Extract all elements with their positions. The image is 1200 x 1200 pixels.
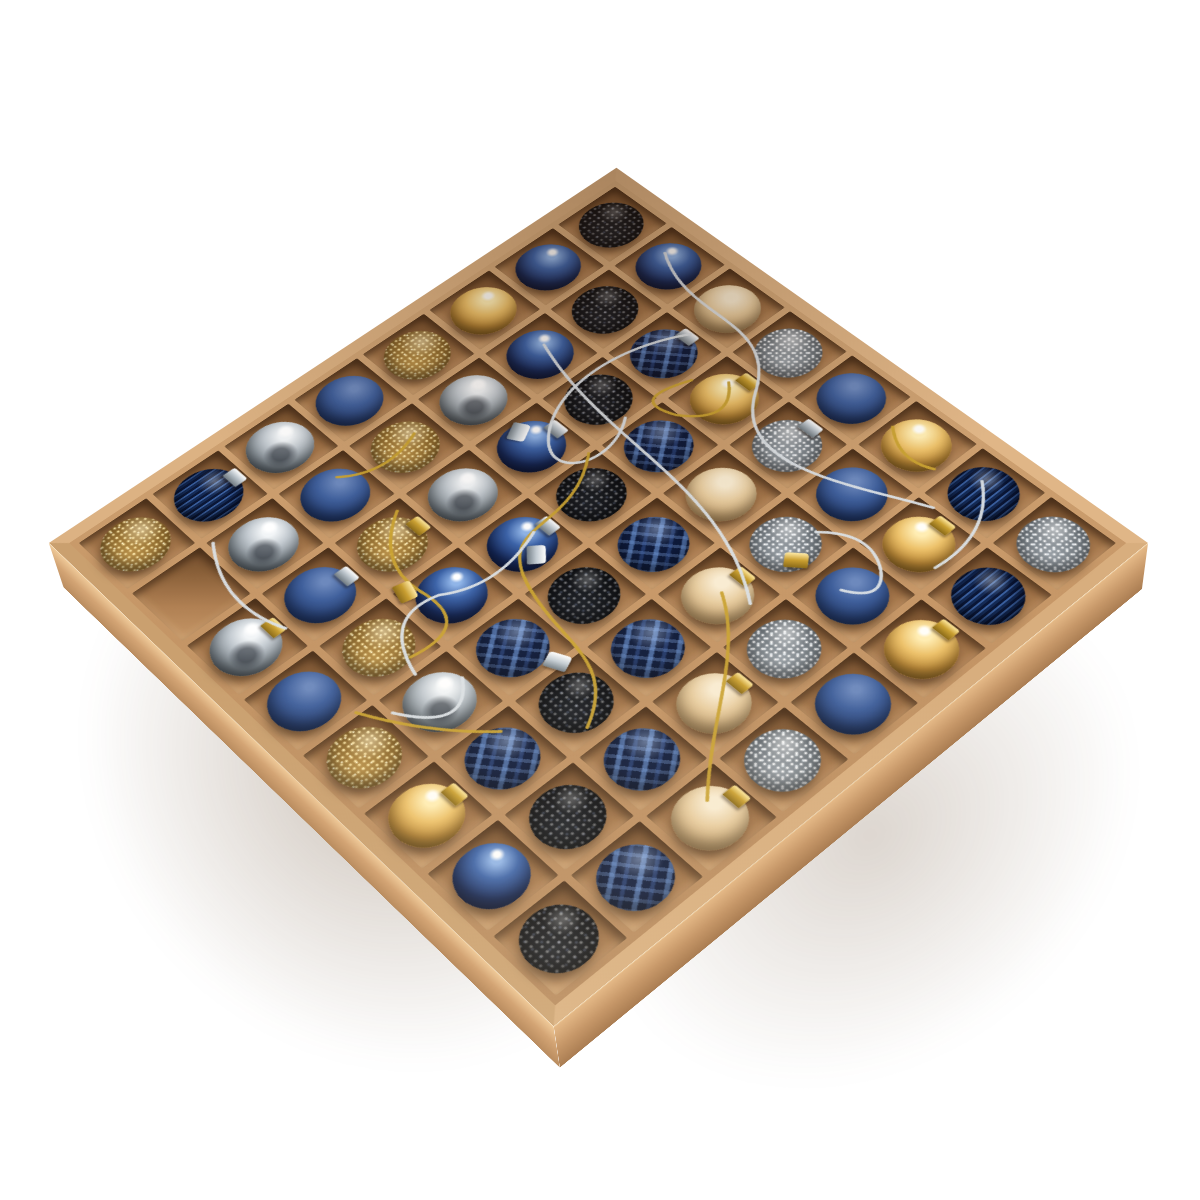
compartment-r8c5	[303, 705, 429, 809]
silver-ornament-cap-icon	[222, 468, 247, 487]
silver-ornament-cap-icon	[334, 566, 360, 586]
gold-loose-cap-icon	[392, 580, 419, 604]
ornament-ball-navy-matte	[801, 456, 902, 532]
product-photo-ornament-box	[0, 0, 1200, 1200]
ornament-ball-black-glitter	[533, 556, 635, 636]
compartment-r3c7	[792, 547, 916, 643]
compartment-r4c6	[658, 547, 781, 642]
compartment-r2c8	[927, 547, 1052, 643]
gold-loose-cap-icon	[783, 552, 809, 568]
compartment-r1c8	[993, 497, 1116, 590]
gold-ornament-cap-icon	[405, 516, 430, 536]
ornament-ball-black-glitter	[524, 660, 629, 745]
gold-ornament-cap-icon	[260, 617, 286, 638]
ornament-ball-gold-glitter	[312, 714, 418, 801]
gold-cord	[356, 663, 501, 783]
ornament-ball-champagne-matte	[666, 556, 769, 636]
ornament-ball-gold-shiny	[373, 771, 481, 861]
compartment-r4c7	[723, 599, 848, 698]
ornament-ball-silver-shiny	[195, 607, 297, 688]
ornament-ball-gold-shiny	[867, 505, 970, 583]
gold-ornament-cap-icon	[929, 516, 956, 536]
compartment-grid-8x8	[69, 181, 1126, 1006]
compartment-r7c4	[319, 598, 441, 695]
silver-cord	[791, 520, 900, 603]
gold-ornament-cap-icon	[726, 672, 753, 694]
compartment-r8c6	[364, 761, 492, 868]
compartment-r7c6	[441, 706, 568, 810]
silver-loose-cap-icon	[527, 545, 546, 565]
ornament-ball-gold-shiny	[869, 608, 975, 691]
ornament-ball-silver-glitter	[1001, 505, 1105, 584]
ornament-ball-black-glitter	[513, 772, 622, 862]
ornament-ball-gold-glitter	[328, 607, 430, 689]
compartment-r5c7	[652, 652, 778, 753]
gold-ornament-cap-icon	[722, 785, 750, 808]
compartment-r8c4	[244, 651, 367, 751]
ornament-ball-champagne-matte	[655, 773, 765, 864]
ornament-ball-navy-faceted	[580, 831, 691, 925]
ornament-ball-champagne-matte	[661, 661, 767, 746]
gold-ornament-cap-icon	[729, 566, 756, 587]
ornament-ball-navy-fluted	[936, 556, 1041, 637]
ornament-ball-silver-glitter	[732, 608, 837, 691]
compartment-r7c5	[379, 651, 503, 752]
gold-ornament-cap-icon	[735, 373, 760, 391]
compartment-r8c3	[187, 598, 308, 695]
ornament-ball-silver-glitter	[735, 505, 837, 583]
compartment-r5c6	[587, 599, 711, 697]
ornament-ball-navy-faceted	[461, 607, 564, 689]
ornament-ball-navy-faceted	[596, 607, 700, 689]
compartment-r6c6	[515, 651, 640, 752]
gold-ornament-cap-icon	[441, 783, 469, 806]
compartment-r5c8	[719, 707, 848, 812]
gold-ornament-cap-icon	[932, 619, 960, 640]
compartment-r5c5	[525, 547, 647, 642]
compartment-r8c7	[428, 820, 559, 931]
silver-loose-cap-icon	[542, 651, 573, 672]
silver-ornament-cap-icon	[543, 420, 568, 439]
compartment-r6c7	[579, 706, 707, 811]
ornament-ball-navy-fluted	[933, 456, 1035, 532]
compartment-r7c7	[505, 762, 634, 870]
ornament-ball-silver-shiny	[387, 660, 491, 745]
ornament-ball-navy-matte	[799, 661, 906, 747]
silver-ornament-cap-icon	[675, 328, 700, 346]
compartment-r3c8	[860, 599, 986, 698]
ornament-ball-navy-matte	[252, 659, 356, 743]
ornament-ball-navy-shiny	[437, 830, 547, 923]
scene	[199, 153, 979, 933]
silver-ornament-cap-icon	[535, 516, 561, 536]
ornament-ball-black-glitter	[503, 891, 615, 988]
ornament-ball-navy-faceted	[449, 715, 556, 802]
ornament-ball-navy-matte	[800, 556, 904, 636]
compartment-r8c8	[493, 880, 627, 995]
compartment-r6c5	[453, 599, 576, 697]
gold-cord	[585, 593, 845, 801]
compartment-r4c8	[790, 652, 918, 754]
ornament-ball-navy-faceted	[588, 716, 695, 804]
silver-ornament-cap-icon	[798, 419, 824, 438]
compartment-r7c8	[571, 821, 703, 933]
ornament-ball-silver-glitter	[728, 716, 836, 804]
compartment-r6c8	[646, 763, 777, 871]
silver-cord	[393, 669, 479, 736]
ornament-ball-navy-shiny	[401, 556, 502, 635]
